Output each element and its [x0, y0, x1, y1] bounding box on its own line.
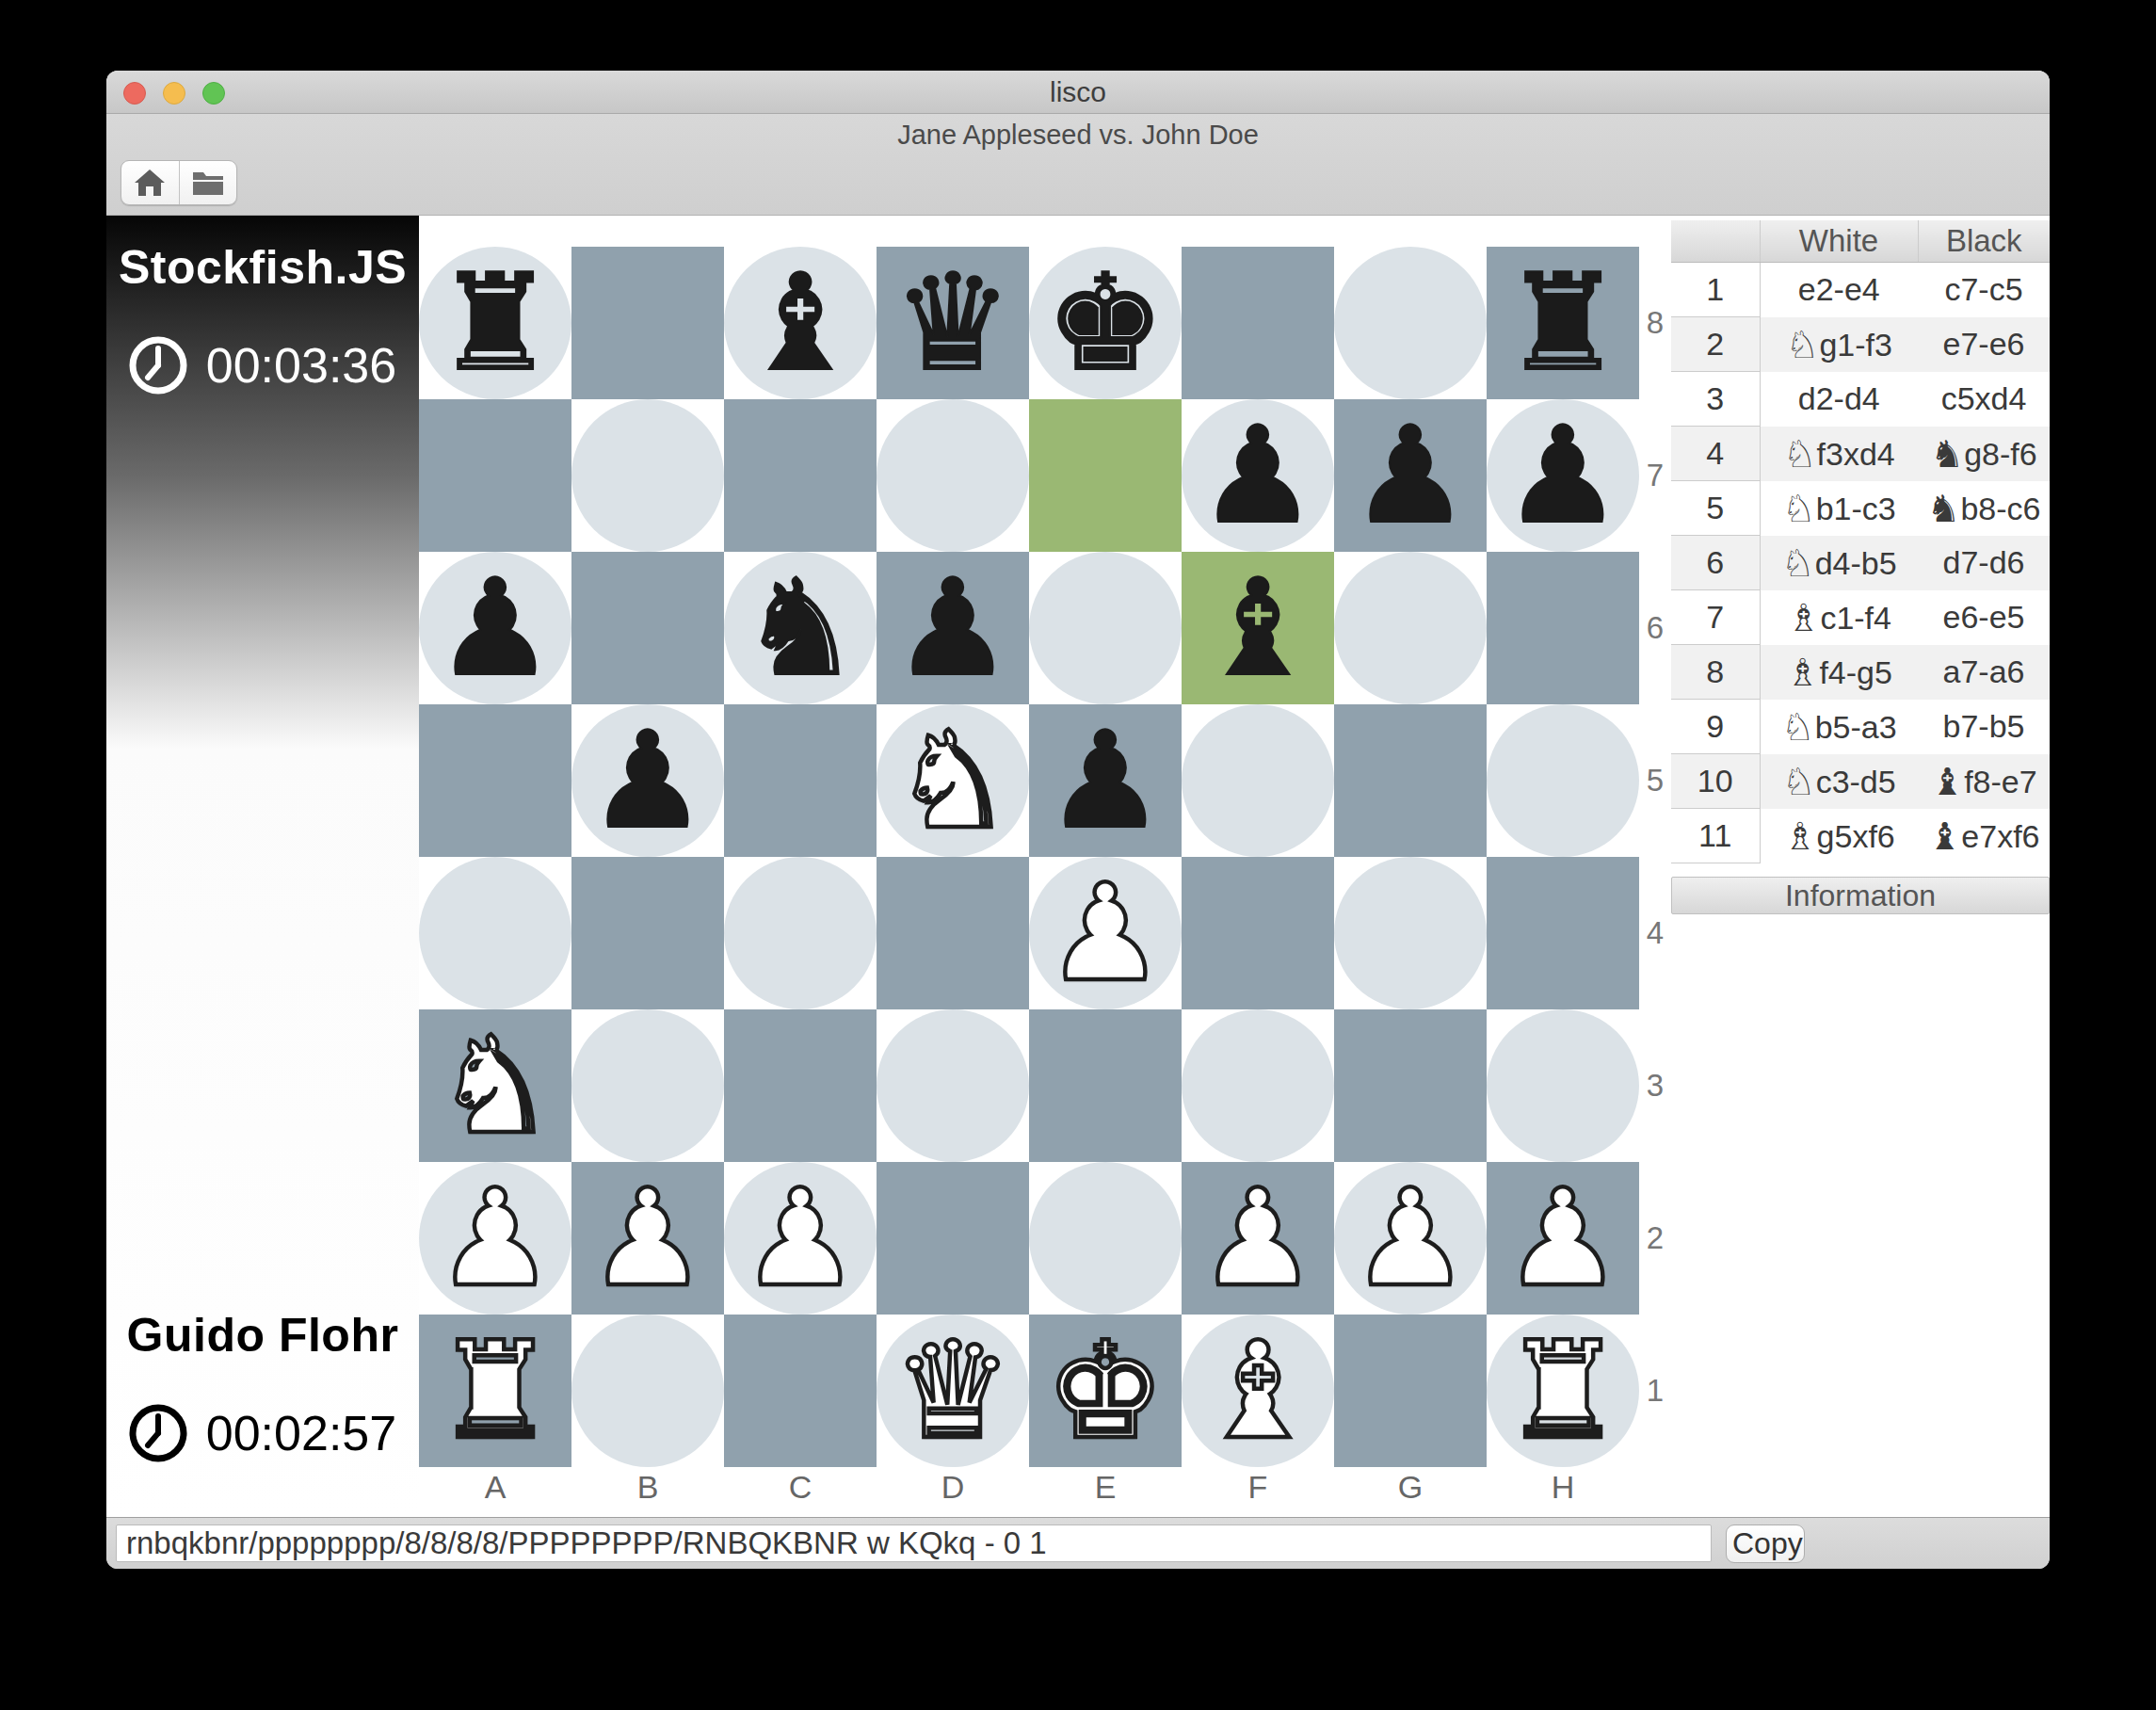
white-move[interactable]: e2-e4 — [1760, 263, 1918, 317]
file-label-d: D — [877, 1467, 1029, 1509]
square-g2[interactable]: ♟ — [1334, 1162, 1487, 1315]
square-b2[interactable]: ♟ — [571, 1162, 724, 1315]
square-g3[interactable] — [1334, 1009, 1487, 1162]
file-label-e: E — [1029, 1467, 1182, 1509]
white-pawn-piece[interactable]: ♟ — [740, 1162, 860, 1315]
piece-glyph-icon: ♘ — [1782, 487, 1816, 530]
piece-glyph-icon: ♘ — [1786, 323, 1820, 366]
file-label-h: H — [1487, 1467, 1639, 1509]
white-pawn-piece[interactable]: ♟ — [1503, 1162, 1622, 1315]
square-f5[interactable] — [1182, 704, 1334, 857]
file-label-a: A — [419, 1467, 571, 1509]
piece-glyph-icon: ♗ — [1787, 596, 1821, 639]
open-file-button[interactable] — [179, 161, 237, 204]
square-b7[interactable] — [571, 399, 724, 552]
move-table: White Black 1e2-e4c7-c52♘g1-f3e7-e63d2-d… — [1671, 220, 2050, 863]
square-b3[interactable] — [571, 1009, 724, 1162]
home-icon — [134, 168, 166, 198]
white-pawn-piece[interactable]: ♟ — [435, 1162, 555, 1315]
rank-label-6: 6 — [1639, 552, 1671, 704]
move-number: 8 — [1671, 645, 1760, 700]
square-h1[interactable]: ♜ — [1487, 1315, 1639, 1467]
square-h4[interactable] — [1487, 857, 1639, 1009]
file-label-b: B — [571, 1467, 724, 1509]
piece-glyph-icon: ♗ — [1783, 815, 1817, 858]
square-c6[interactable]: ♞ — [724, 552, 877, 704]
square-f8[interactable] — [1182, 247, 1334, 399]
white-move[interactable]: ♘b5-a3 — [1760, 700, 1918, 754]
piece-glyph-icon: ♗ — [1786, 651, 1820, 694]
white-column-header: White — [1760, 220, 1918, 263]
black-move[interactable]: b7-b5 — [1918, 700, 2050, 754]
move-number: 10 — [1671, 754, 1760, 809]
piece-glyph-icon: ♘ — [1781, 541, 1815, 585]
square-a8[interactable]: ♜ — [419, 247, 571, 399]
move-number: 6 — [1671, 536, 1760, 590]
black-pawn-piece[interactable]: ♟ — [1198, 399, 1317, 552]
fen-bar: Copy — [106, 1517, 2050, 1569]
move-row-6: 6♘d4-b5d7-d6 — [1671, 536, 2050, 590]
rank-labels: 87654321 — [1639, 247, 1671, 1467]
white-move[interactable]: ♘b1-c3 — [1760, 481, 1918, 536]
piece-glyph-icon: ♘ — [1782, 760, 1816, 803]
square-f1[interactable]: ♝ — [1182, 1315, 1334, 1467]
move-row-11: 11♗g5xf6♝e7xf6 — [1671, 809, 2050, 863]
square-f7[interactable]: ♟ — [1182, 399, 1334, 552]
move-number: 9 — [1671, 700, 1760, 754]
main-content: Stockfish.JS 00:03:36 Guido Flohr 00:02:… — [106, 216, 2050, 1517]
square-a6[interactable]: ♟ — [419, 552, 571, 704]
clock-icon — [129, 1404, 187, 1462]
square-d1[interactable]: ♛ — [877, 1315, 1029, 1467]
square-c2[interactable]: ♟ — [724, 1162, 877, 1315]
square-b4[interactable] — [571, 857, 724, 1009]
file-label-f: F — [1182, 1467, 1334, 1509]
move-number: 2 — [1671, 317, 1760, 372]
black-rook-piece[interactable]: ♜ — [435, 247, 555, 399]
square-d3[interactable] — [877, 1009, 1029, 1162]
file-labels: ABCDEFGH — [419, 1467, 1671, 1509]
white-move[interactable]: ♘f3xd4 — [1760, 427, 1918, 481]
piece-glyph-icon: ♘ — [1783, 432, 1817, 476]
white-king-piece[interactable]: ♚ — [1045, 1315, 1165, 1467]
black-move[interactable]: e7-e6 — [1918, 317, 2050, 372]
black-move[interactable]: ♞b8-c6 — [1918, 481, 2050, 536]
white-rook-piece[interactable]: ♜ — [1503, 1315, 1622, 1467]
rank-label-5: 5 — [1639, 704, 1671, 857]
square-h6[interactable] — [1487, 552, 1639, 704]
square-a1[interactable]: ♜ — [419, 1315, 571, 1467]
human-clock: 00:02:57 — [106, 1404, 419, 1462]
square-g1[interactable] — [1334, 1315, 1487, 1467]
engine-clock-time: 00:03:36 — [206, 337, 396, 394]
square-e3[interactable] — [1029, 1009, 1182, 1162]
toolbar-segmented-control — [121, 160, 237, 205]
white-rook-piece[interactable]: ♜ — [435, 1315, 555, 1467]
square-c8[interactable]: ♝ — [724, 247, 877, 399]
square-h8[interactable]: ♜ — [1487, 247, 1639, 399]
square-e5[interactable]: ♟ — [1029, 704, 1182, 857]
move-row-8: 8♗f4-g5a7-a6 — [1671, 645, 2050, 700]
white-knight-piece[interactable]: ♞ — [893, 704, 1012, 857]
black-move[interactable]: ♞g8-f6 — [1918, 427, 2050, 481]
move-row-5: 5♘b1-c3♞b8-c6 — [1671, 481, 2050, 536]
square-e1[interactable]: ♚ — [1029, 1315, 1182, 1467]
title-bar: lisco — [106, 71, 2050, 114]
square-g7[interactable]: ♟ — [1334, 399, 1487, 552]
move-number: 1 — [1671, 263, 1760, 317]
white-bishop-piece[interactable]: ♝ — [1198, 1315, 1317, 1467]
square-e6[interactable] — [1029, 552, 1182, 704]
black-pawn-piece[interactable]: ♟ — [1045, 704, 1165, 857]
black-pawn-piece[interactable]: ♟ — [1350, 399, 1470, 552]
rank-label-3: 3 — [1639, 1009, 1671, 1162]
move-row-4: 4♘f3xd4♞g8-f6 — [1671, 427, 2050, 481]
square-d8[interactable]: ♛ — [877, 247, 1029, 399]
black-move[interactable]: e6-e5 — [1918, 590, 2050, 645]
file-label-c: C — [724, 1467, 877, 1509]
square-h2[interactable]: ♟ — [1487, 1162, 1639, 1315]
square-h7[interactable]: ♟ — [1487, 399, 1639, 552]
square-a7[interactable] — [419, 399, 571, 552]
piece-glyph-icon: ♝ — [1927, 815, 1961, 858]
white-pawn-piece[interactable]: ♟ — [1198, 1162, 1317, 1315]
folder-icon — [191, 169, 225, 197]
piece-glyph-icon: ♝ — [1930, 760, 1964, 803]
black-bishop-piece[interactable]: ♝ — [1198, 552, 1317, 704]
square-a3[interactable]: ♞ — [419, 1009, 571, 1162]
move-number: 11 — [1671, 809, 1760, 863]
move-number: 4 — [1671, 427, 1760, 481]
white-move[interactable]: ♘d4-b5 — [1760, 536, 1918, 590]
square-g4[interactable] — [1334, 857, 1487, 1009]
square-h5[interactable] — [1487, 704, 1639, 857]
square-d5[interactable]: ♞ — [877, 704, 1029, 857]
move-row-3: 3d2-d4c5xd4 — [1671, 372, 2050, 427]
square-b5[interactable]: ♟ — [571, 704, 724, 857]
human-clock-time: 00:02:57 — [206, 1405, 396, 1461]
app-window: lisco Jane Appleseed vs. John Doe Stockf… — [106, 71, 2050, 1569]
square-c1[interactable] — [724, 1315, 877, 1467]
black-move[interactable]: ♝e7xf6 — [1918, 809, 2050, 863]
move-row-9: 9♘b5-a3b7-b5 — [1671, 700, 2050, 754]
white-move[interactable]: ♘g1-f3 — [1760, 317, 1918, 372]
players-sidebar: Stockfish.JS 00:03:36 Guido Flohr 00:02:… — [106, 216, 419, 1517]
move-number: 3 — [1671, 372, 1760, 427]
black-pawn-piece[interactable]: ♟ — [893, 552, 1012, 704]
chess-board: ♜♝♛♚♜♟♟♟♟♞♟♝♟♞♟♟♞♟♟♟♟♟♟♜♛♚♝♜ — [419, 247, 1639, 1467]
white-move[interactable]: ♗c1-f4 — [1760, 590, 1918, 645]
board-area: ♜♝♛♚♜♟♟♟♟♞♟♝♟♞♟♟♞♟♟♟♟♟♟♜♛♚♝♜ 87654321 AB… — [419, 216, 1671, 1517]
information-bar[interactable]: Information — [1671, 877, 2050, 914]
square-c5[interactable] — [724, 704, 877, 857]
black-move[interactable]: a7-a6 — [1918, 645, 2050, 700]
human-player-name: Guido Flohr — [106, 1308, 419, 1363]
rank-label-1: 1 — [1639, 1315, 1671, 1467]
black-knight-piece[interactable]: ♞ — [740, 552, 860, 704]
square-e2[interactable] — [1029, 1162, 1182, 1315]
move-number: 7 — [1671, 590, 1760, 645]
white-pawn-piece[interactable]: ♟ — [1350, 1162, 1470, 1315]
white-pawn-piece[interactable]: ♟ — [1045, 857, 1165, 1009]
copy-button[interactable]: Copy — [1726, 1524, 1805, 1563]
square-g5[interactable] — [1334, 704, 1487, 857]
black-move[interactable]: d7-d6 — [1918, 536, 2050, 590]
square-e8[interactable]: ♚ — [1029, 247, 1182, 399]
fen-input[interactable] — [116, 1524, 1712, 1562]
rank-label-2: 2 — [1639, 1162, 1671, 1315]
square-b6[interactable] — [571, 552, 724, 704]
black-column-header: Black — [1918, 220, 2050, 263]
white-knight-piece[interactable]: ♞ — [435, 1009, 555, 1162]
black-move[interactable]: ♝f8-e7 — [1918, 754, 2050, 809]
window-title: lisco — [106, 71, 2050, 113]
piece-glyph-icon: ♞ — [1927, 487, 1961, 530]
square-a5[interactable] — [419, 704, 571, 857]
square-f2[interactable]: ♟ — [1182, 1162, 1334, 1315]
white-move[interactable]: ♗g5xf6 — [1760, 809, 1918, 863]
square-b1[interactable] — [571, 1315, 724, 1467]
piece-glyph-icon: ♞ — [1930, 432, 1964, 476]
piece-glyph-icon: ♘ — [1781, 705, 1815, 749]
move-row-1: 1e2-e4c7-c5 — [1671, 263, 2050, 317]
square-g8[interactable] — [1334, 247, 1487, 399]
square-g6[interactable] — [1334, 552, 1487, 704]
white-move[interactable]: ♗f4-g5 — [1760, 645, 1918, 700]
clock-icon — [129, 336, 187, 395]
square-f4[interactable] — [1182, 857, 1334, 1009]
square-c3[interactable] — [724, 1009, 877, 1162]
move-row-10: 10♘c3-d5♝f8-e7 — [1671, 754, 2050, 809]
square-h3[interactable] — [1487, 1009, 1639, 1162]
square-d7[interactable] — [877, 399, 1029, 552]
square-c7[interactable] — [724, 399, 877, 552]
match-subtitle: Jane Appleseed vs. John Doe — [106, 120, 2050, 151]
square-e4[interactable]: ♟ — [1029, 857, 1182, 1009]
move-list-panel: White Black 1e2-e4c7-c52♘g1-f3e7-e63d2-d… — [1671, 216, 2050, 1517]
square-b8[interactable] — [571, 247, 724, 399]
black-bishop-piece[interactable]: ♝ — [740, 247, 860, 399]
black-king-piece[interactable]: ♚ — [1045, 247, 1165, 399]
square-d6[interactable]: ♟ — [877, 552, 1029, 704]
engine-player-name: Stockfish.JS — [106, 240, 419, 295]
rank-label-7: 7 — [1639, 399, 1671, 552]
white-move[interactable]: d2-d4 — [1760, 372, 1918, 427]
toolbar-area: Jane Appleseed vs. John Doe — [106, 114, 2050, 216]
black-queen-piece[interactable]: ♛ — [893, 247, 1012, 399]
move-number-header — [1671, 220, 1760, 263]
white-pawn-piece[interactable]: ♟ — [587, 1162, 707, 1315]
rank-label-4: 4 — [1639, 857, 1671, 1009]
square-f6[interactable]: ♝ — [1182, 552, 1334, 704]
rank-label-8: 8 — [1639, 247, 1671, 399]
black-rook-piece[interactable]: ♜ — [1503, 247, 1622, 399]
square-c4[interactable] — [724, 857, 877, 1009]
black-move[interactable]: c7-c5 — [1918, 263, 2050, 317]
black-move[interactable]: c5xd4 — [1918, 372, 2050, 427]
black-pawn-piece[interactable]: ♟ — [435, 552, 555, 704]
square-a2[interactable]: ♟ — [419, 1162, 571, 1315]
square-a4[interactable] — [419, 857, 571, 1009]
square-e7[interactable] — [1029, 399, 1182, 552]
black-pawn-piece[interactable]: ♟ — [1503, 399, 1622, 552]
move-row-7: 7♗c1-f4e6-e5 — [1671, 590, 2050, 645]
home-button[interactable] — [121, 161, 179, 204]
square-d2[interactable] — [877, 1162, 1029, 1315]
move-row-2: 2♘g1-f3e7-e6 — [1671, 317, 2050, 372]
square-d4[interactable] — [877, 857, 1029, 1009]
square-f3[interactable] — [1182, 1009, 1334, 1162]
file-label-g: G — [1334, 1467, 1487, 1509]
white-move[interactable]: ♘c3-d5 — [1760, 754, 1918, 809]
engine-clock: 00:03:36 — [106, 336, 419, 395]
move-number: 5 — [1671, 481, 1760, 536]
black-pawn-piece[interactable]: ♟ — [587, 704, 707, 857]
white-queen-piece[interactable]: ♛ — [893, 1315, 1012, 1467]
